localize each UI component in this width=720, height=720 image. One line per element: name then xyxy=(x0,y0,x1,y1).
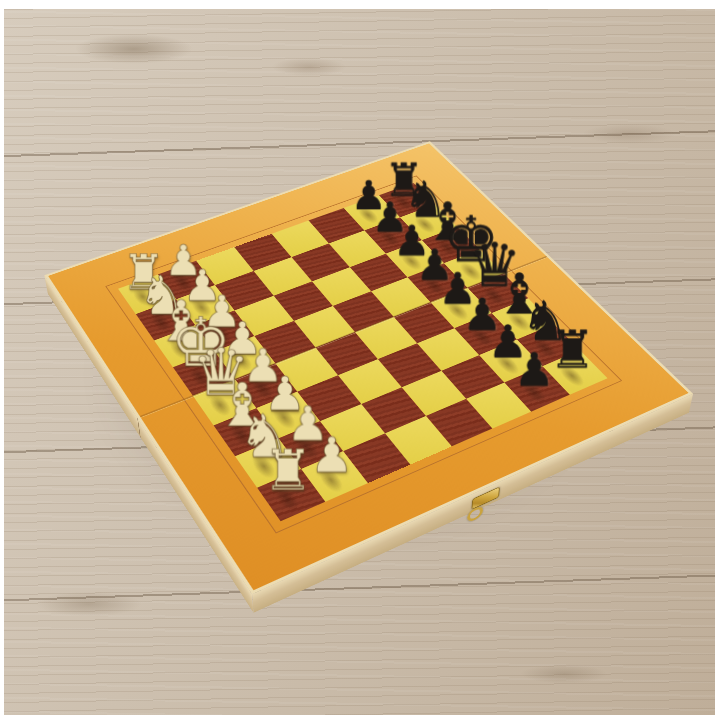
piece-black-rook-a8: ♜ xyxy=(549,324,595,375)
piece-white-pawn-a2: ♟ xyxy=(309,431,353,480)
piece-white-rook-a1: ♜ xyxy=(262,443,312,499)
table-surface: ♜♞♝♚♛♝♞♜♟♟♟♟♟♟♟♟♟♟♟♟♟♟♟♟♜♞♝♚♛♝♞♜ xyxy=(4,9,715,715)
chess-box: ♜♞♝♚♛♝♞♜♟♟♟♟♟♟♟♟♟♟♟♟♟♟♟♟♜♞♝♚♛♝♞♜ xyxy=(44,141,693,594)
board-top: ♜♞♝♚♛♝♞♜♟♟♟♟♟♟♟♟♟♟♟♟♟♟♟♟♜♞♝♚♛♝♞♜ xyxy=(44,141,693,594)
square-a3 xyxy=(344,433,411,483)
photo-frame: ♜♞♝♚♛♝♞♜♟♟♟♟♟♟♟♟♟♟♟♟♟♟♟♟♜♞♝♚♛♝♞♜ xyxy=(0,0,720,720)
piece-black-pawn-a7: ♟ xyxy=(514,346,555,392)
